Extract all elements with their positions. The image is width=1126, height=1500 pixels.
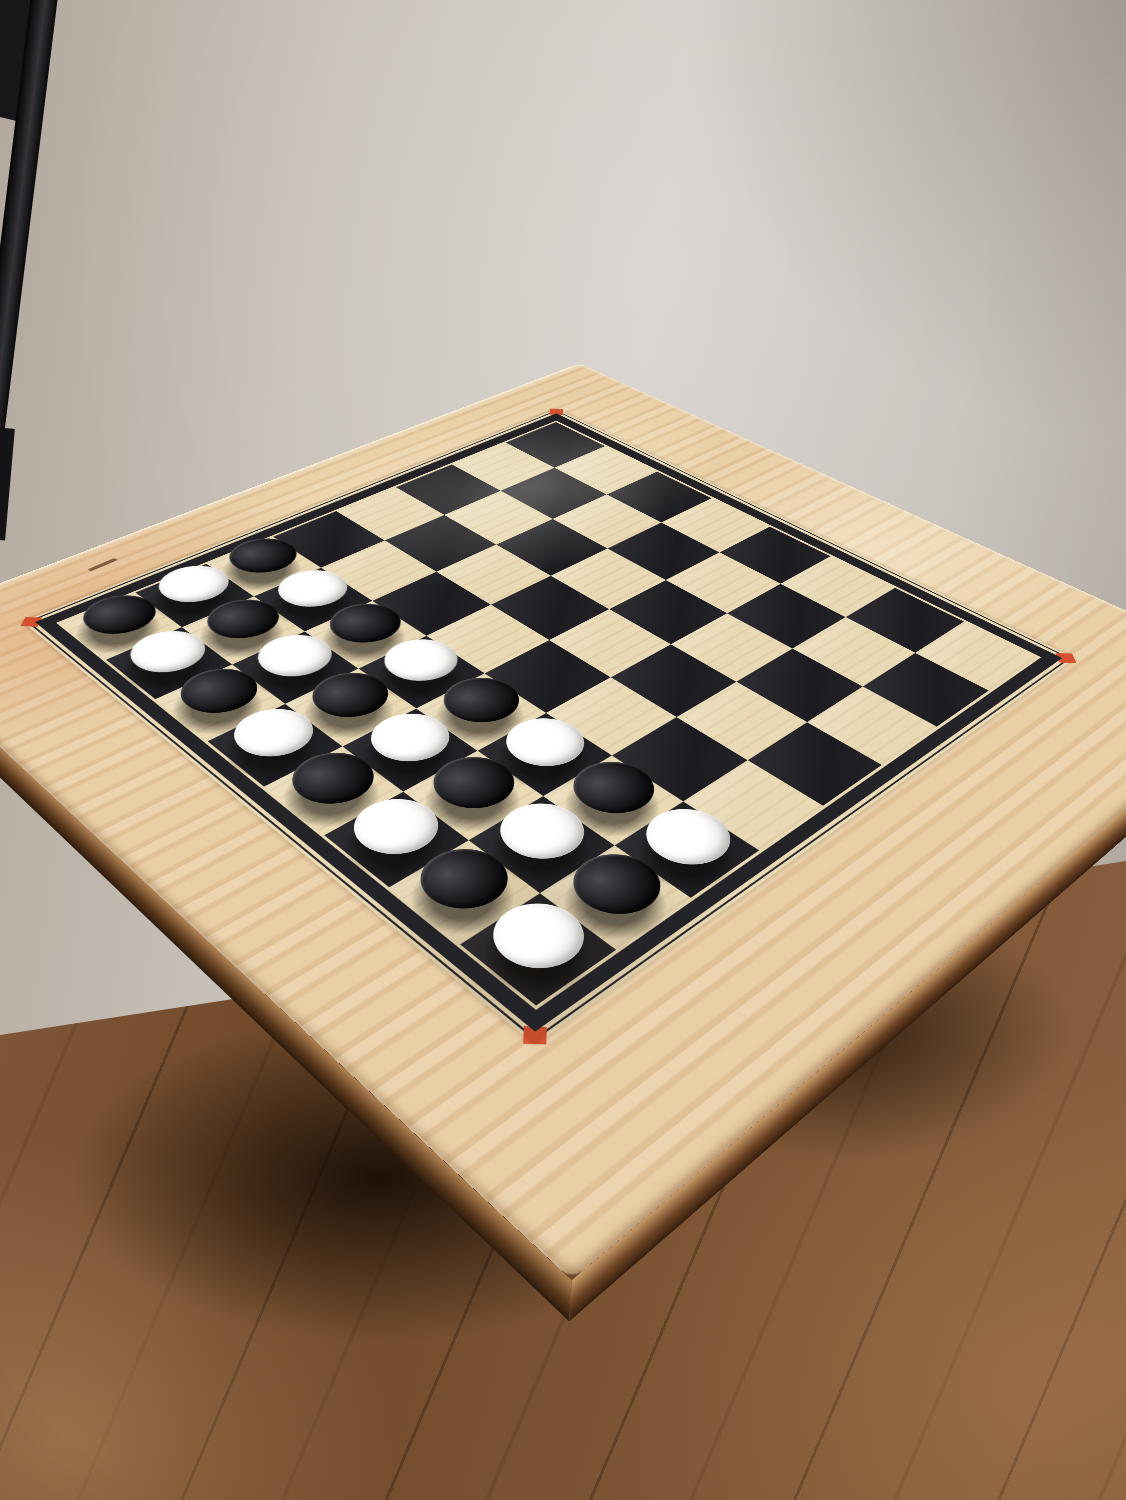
board-cell[interactable] [452, 443, 555, 491]
board-cell[interactable] [549, 609, 671, 677]
board-cell[interactable] [336, 487, 444, 541]
corner-diamond-icon [20, 617, 42, 627]
checker-white[interactable] [483, 793, 601, 871]
checker-black[interactable] [417, 747, 531, 819]
board-cell[interactable] [846, 588, 964, 653]
board-cell[interactable] [501, 468, 606, 519]
photo-stage [0, 0, 1126, 1500]
corner-diamond-icon [1055, 653, 1076, 663]
corner-diamond-icon [523, 1026, 547, 1045]
board-cell[interactable] [505, 422, 605, 468]
board-cell[interactable] [555, 446, 658, 494]
board-cell[interactable] [661, 498, 769, 552]
board-cell[interactable] [385, 515, 496, 572]
board-cell[interactable] [611, 644, 737, 717]
checker-white[interactable] [370, 631, 473, 689]
corner-diamond-icon [550, 409, 564, 415]
board-cell[interactable] [737, 649, 863, 722]
board-cell[interactable] [396, 464, 501, 515]
board-cell[interactable] [719, 526, 830, 583]
checker-black[interactable] [428, 669, 534, 732]
board-cell[interactable] [436, 545, 551, 605]
wood-knot [87, 558, 118, 572]
